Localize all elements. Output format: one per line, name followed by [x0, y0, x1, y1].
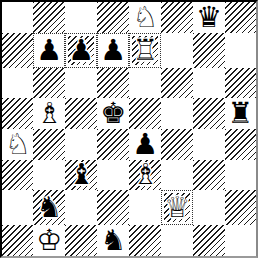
- square-f4[interactable]: [161, 129, 193, 160]
- black-bishop-icon: ♝: [68, 160, 94, 189]
- square-g7[interactable]: [193, 33, 224, 68]
- white-queen[interactable]: ♛♕: [164, 193, 190, 222]
- square-b1[interactable]: ♚♔: [33, 225, 65, 256]
- square-b2[interactable]: ♞: [33, 190, 65, 225]
- white-bishop[interactable]: ♝♗: [33, 98, 65, 129]
- black-king[interactable]: ♚: [97, 98, 129, 129]
- black-king-icon: ♚: [100, 99, 126, 128]
- black-pawn[interactable]: ♟: [129, 129, 161, 160]
- white-knight-icon: ♘: [132, 3, 158, 32]
- black-knight-icon: ♞: [100, 226, 126, 255]
- black-pawn-icon: ♟: [36, 36, 62, 65]
- square-e8[interactable]: ♞♘: [129, 2, 161, 33]
- black-knight-icon: ♞: [36, 193, 62, 222]
- square-a7[interactable]: [2, 33, 33, 68]
- square-h2[interactable]: [225, 190, 256, 225]
- square-e7[interactable]: ♜♖: [129, 33, 161, 68]
- square-d7[interactable]: ♟: [97, 33, 129, 68]
- white-knight[interactable]: ♞♘: [2, 129, 33, 160]
- white-king[interactable]: ♚♔: [33, 225, 65, 256]
- square-d1[interactable]: ♞: [97, 225, 129, 256]
- black-pawn[interactable]: ♟: [36, 36, 62, 65]
- square-g4[interactable]: [193, 129, 224, 160]
- square-b5[interactable]: ♝♗: [33, 98, 65, 129]
- square-d3[interactable]: [97, 160, 129, 191]
- square-c5[interactable]: [65, 98, 97, 129]
- square-a6[interactable]: [2, 68, 33, 99]
- square-b4[interactable]: [33, 129, 65, 160]
- white-knight-icon: ♘: [5, 130, 31, 159]
- square-f5[interactable]: [161, 98, 193, 129]
- square-h6[interactable]: [225, 68, 256, 99]
- black-bishop[interactable]: ♝: [65, 160, 97, 191]
- square-f2[interactable]: ♛♕: [161, 190, 193, 225]
- square-e1[interactable]: [129, 225, 161, 256]
- square-a3[interactable]: [2, 160, 33, 191]
- square-a5[interactable]: [2, 98, 33, 129]
- square-h5[interactable]: ♜: [225, 98, 256, 129]
- square-a4[interactable]: ♞♘: [2, 129, 33, 160]
- square-b7[interactable]: ♟: [33, 33, 65, 68]
- square-e4[interactable]: ♟: [129, 129, 161, 160]
- square-e6[interactable]: [129, 68, 161, 99]
- square-a8[interactable]: [2, 2, 33, 33]
- black-pawn[interactable]: ♟: [68, 36, 94, 65]
- square-e2[interactable]: [129, 190, 161, 225]
- square-c7[interactable]: ♟: [65, 33, 97, 68]
- white-queen-icon: ♕: [164, 193, 190, 222]
- black-pawn-icon: ♟: [68, 36, 94, 65]
- square-h3[interactable]: [225, 160, 256, 191]
- square-h1[interactable]: [225, 225, 256, 256]
- black-rook[interactable]: ♜: [225, 98, 256, 129]
- square-f8[interactable]: [161, 2, 193, 33]
- white-bishop[interactable]: ♝♗: [129, 160, 161, 191]
- square-c4[interactable]: [65, 129, 97, 160]
- chess-board[interactable]: ♞♘♛♟♟♟♜♖♝♗♚♜♞♘♟♝♝♗♞♛♕♚♔♞: [0, 0, 258, 258]
- black-pawn[interactable]: ♟: [100, 36, 126, 65]
- square-f6[interactable]: [161, 68, 193, 99]
- white-bishop-icon: ♗: [132, 160, 158, 189]
- black-queen[interactable]: ♛: [193, 2, 224, 33]
- square-g3[interactable]: [193, 160, 224, 191]
- square-f1[interactable]: [161, 225, 193, 256]
- square-c1[interactable]: [65, 225, 97, 256]
- square-g8[interactable]: ♛: [193, 2, 224, 33]
- black-rook-icon: ♜: [227, 99, 253, 128]
- square-b3[interactable]: [33, 160, 65, 191]
- black-queen-icon: ♛: [196, 3, 222, 32]
- white-rook[interactable]: ♜♖: [132, 36, 158, 65]
- square-c2[interactable]: [65, 190, 97, 225]
- square-e5[interactable]: [129, 98, 161, 129]
- square-c6[interactable]: [65, 68, 97, 99]
- black-knight[interactable]: ♞: [33, 190, 65, 225]
- square-d8[interactable]: [97, 2, 129, 33]
- black-pawn-icon: ♟: [100, 36, 126, 65]
- white-bishop-icon: ♗: [36, 99, 62, 128]
- square-a2[interactable]: [2, 190, 33, 225]
- square-h8[interactable]: [225, 2, 256, 33]
- square-d2[interactable]: [97, 190, 129, 225]
- white-knight[interactable]: ♞♘: [129, 2, 161, 33]
- square-d5[interactable]: ♚: [97, 98, 129, 129]
- square-c3[interactable]: ♝: [65, 160, 97, 191]
- square-e3[interactable]: ♝♗: [129, 160, 161, 191]
- square-b6[interactable]: [33, 68, 65, 99]
- square-d4[interactable]: [97, 129, 129, 160]
- square-g2[interactable]: [193, 190, 224, 225]
- square-d6[interactable]: [97, 68, 129, 99]
- square-h7[interactable]: [225, 33, 256, 68]
- square-f3[interactable]: [161, 160, 193, 191]
- square-g5[interactable]: [193, 98, 224, 129]
- white-rook-icon: ♖: [132, 36, 158, 65]
- square-h4[interactable]: [225, 129, 256, 160]
- square-g1[interactable]: [193, 225, 224, 256]
- square-b8[interactable]: [33, 2, 65, 33]
- white-king-icon: ♔: [36, 226, 62, 255]
- square-f7[interactable]: [161, 33, 193, 68]
- square-g6[interactable]: [193, 68, 224, 99]
- black-pawn-icon: ♟: [132, 130, 158, 159]
- black-knight[interactable]: ♞: [97, 225, 129, 256]
- square-c8[interactable]: [65, 2, 97, 33]
- square-a1[interactable]: [2, 225, 33, 256]
